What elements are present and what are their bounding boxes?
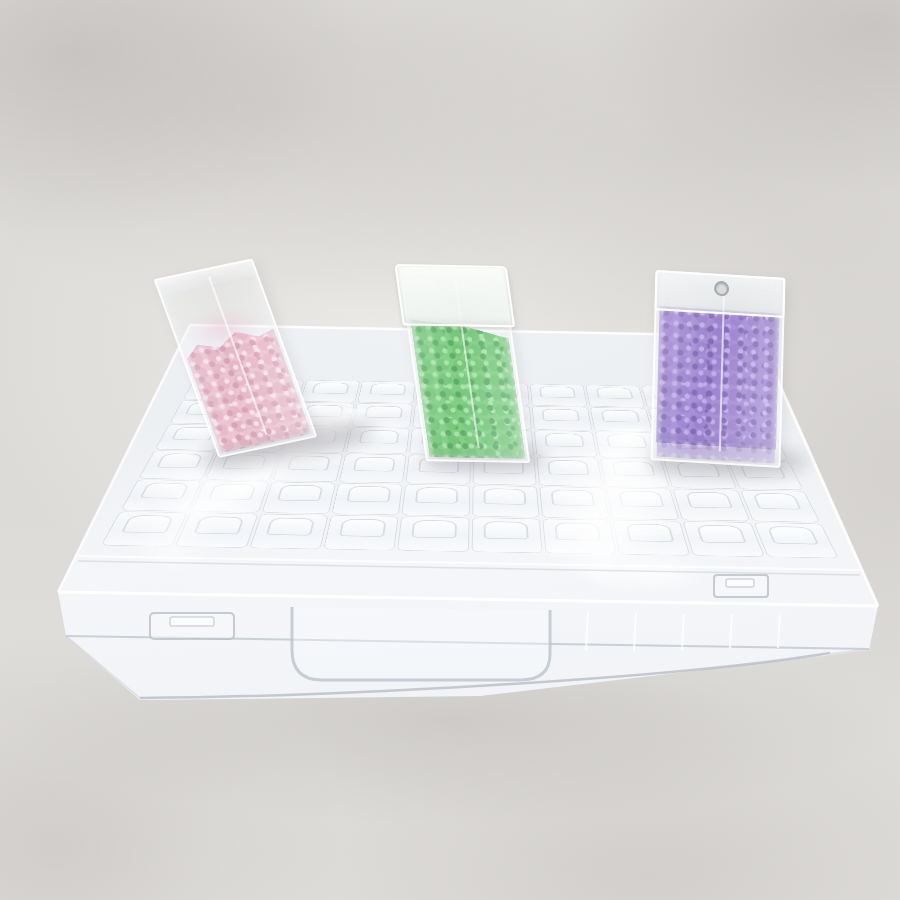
- carry-handle: [292, 607, 550, 680]
- photo-scene: [0, 0, 900, 900]
- right-corner-edge: [830, 649, 869, 654]
- hang-hole: [714, 281, 729, 297]
- right-latch: [714, 575, 768, 597]
- purple-container-lid: [655, 270, 786, 318]
- purple-bead-container: [651, 270, 786, 468]
- left-edge: [58, 325, 190, 592]
- green-container-cap: [394, 264, 515, 327]
- left-latch: [150, 613, 234, 639]
- left-corner-edge: [66, 636, 140, 698]
